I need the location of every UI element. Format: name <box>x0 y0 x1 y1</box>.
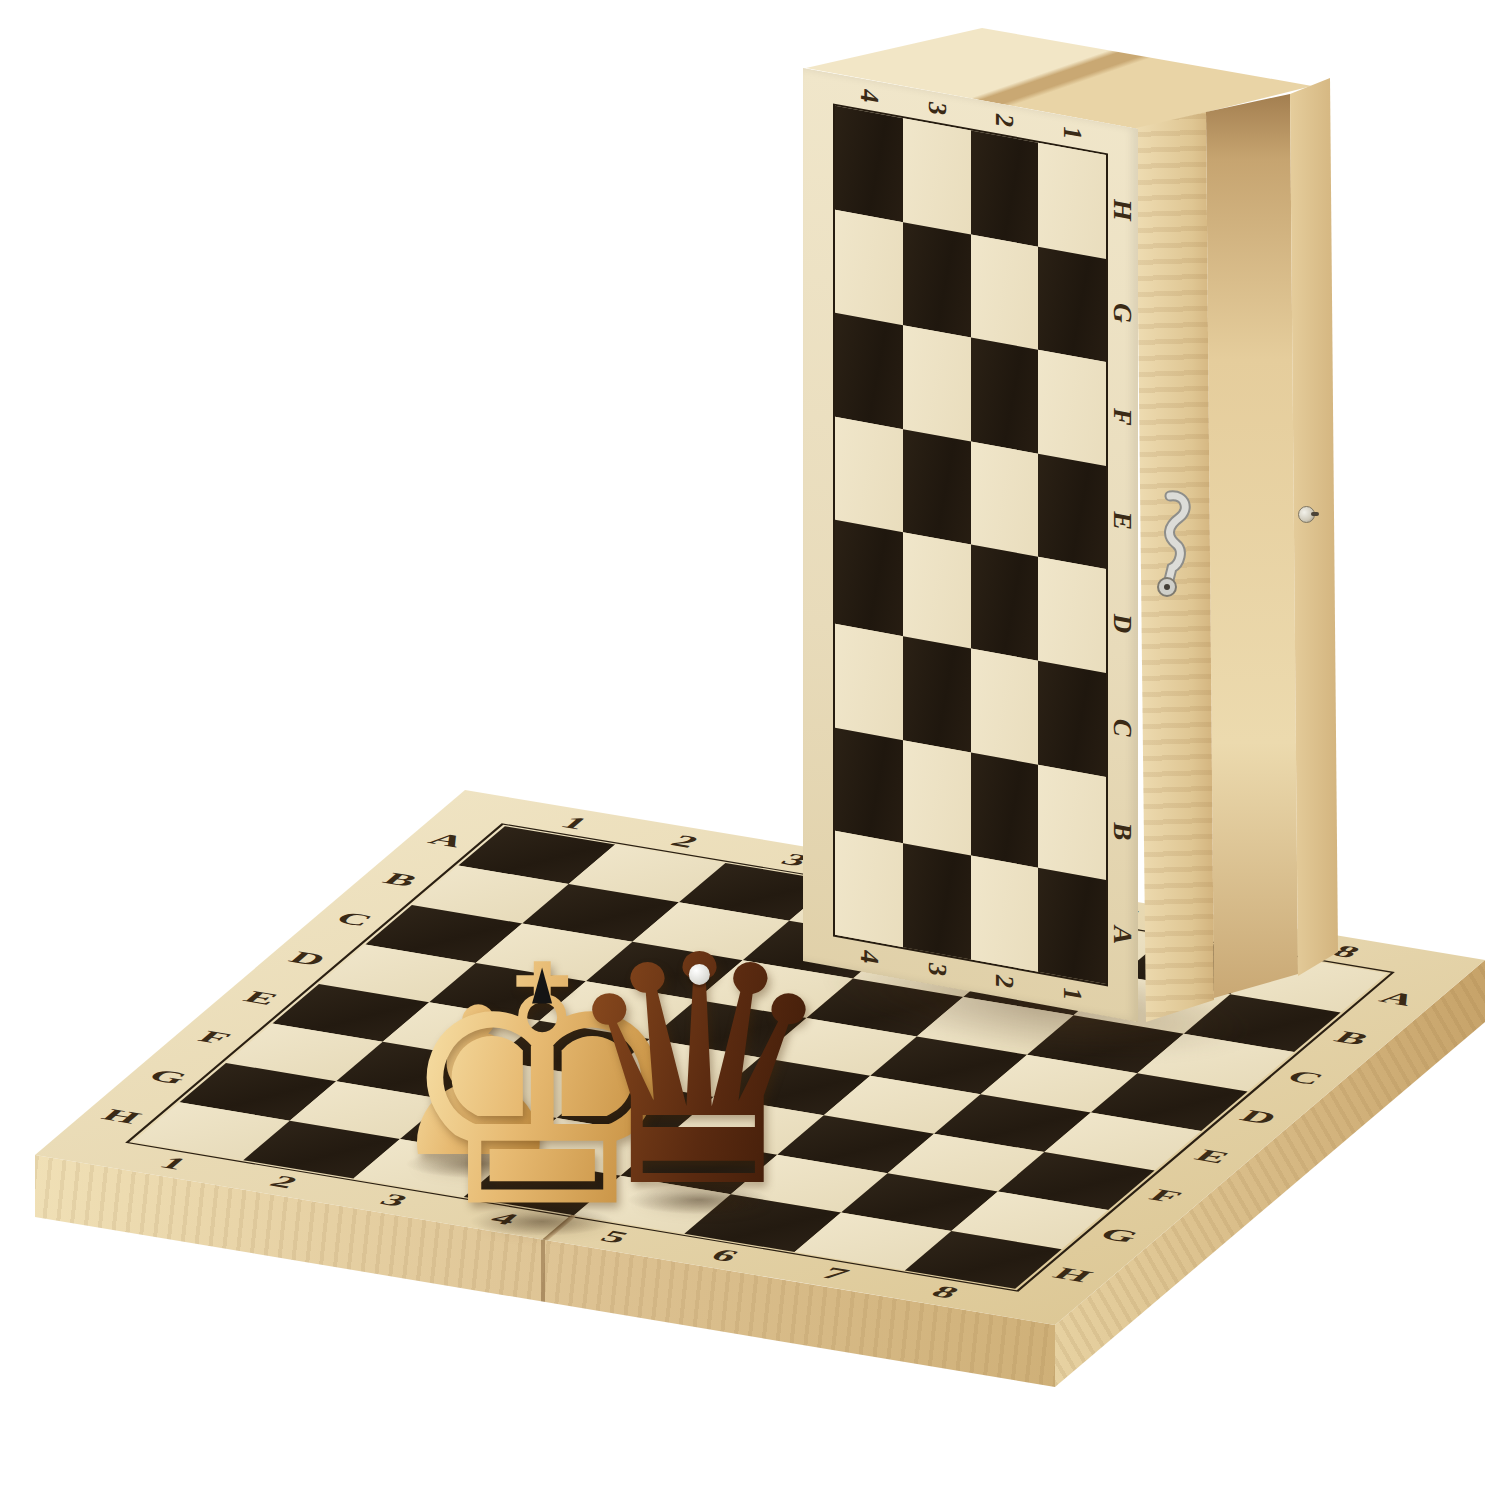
box-side-label-c: C <box>1107 716 1137 740</box>
box-square-d3 <box>903 533 971 649</box>
file-label-left-f: F <box>192 1027 237 1048</box>
file-label-left-g: G <box>142 1066 194 1088</box>
box-square-e2 <box>971 441 1039 557</box>
box-side-label-a: A <box>1107 923 1137 947</box>
box-square-f1 <box>1038 350 1106 466</box>
box-square-d2 <box>971 545 1039 661</box>
box-square-h1 <box>1038 143 1106 259</box>
file-label-left-e: E <box>238 987 285 1008</box>
box-square-a4 <box>835 831 903 947</box>
box-square-g3 <box>903 222 971 338</box>
box-open-tray-interior <box>1206 86 1298 998</box>
box-bottom-label-2: 2 <box>989 972 1019 990</box>
box-back-wall <box>1290 78 1338 976</box>
box-square-e3 <box>903 429 971 545</box>
box-side-label-b: B <box>1107 820 1137 843</box>
box-square-g4 <box>835 209 903 325</box>
file-label-right-d: D <box>1234 1106 1284 1128</box>
box-square-d4 <box>835 520 903 636</box>
box-square-c1 <box>1038 661 1106 777</box>
box-top-label-4: 4 <box>854 87 884 105</box>
file-label-left-a: A <box>422 829 472 851</box>
black-queen-g5: ♛ <box>557 944 840 1203</box>
box-square-a1 <box>1038 868 1106 984</box>
box-square-a2 <box>971 856 1039 972</box>
box-top-label-2: 2 <box>989 111 1019 129</box>
box-square-g1 <box>1038 246 1106 362</box>
folded-box-half-board: 43214321HGFEDCBA <box>803 68 1138 1022</box>
rank-label-near-1: 1 <box>153 1153 193 1173</box>
box-square-c2 <box>971 649 1039 765</box>
rank-label-near-8: 8 <box>925 1282 965 1302</box>
box-bottom-label-3: 3 <box>922 960 952 978</box>
box-bottom-label-4: 4 <box>854 948 884 966</box>
box-top-label-3: 3 <box>922 99 952 117</box>
box-square-h3 <box>903 118 971 234</box>
box-square-c4 <box>835 624 903 740</box>
box-square-c3 <box>903 636 971 752</box>
box-square-f3 <box>903 325 971 441</box>
box-side-label-g: G <box>1107 301 1137 327</box>
box-square-g2 <box>971 234 1039 350</box>
box-side-label-e: E <box>1107 509 1137 532</box>
box-square-e4 <box>835 417 903 533</box>
clasp-pin-icon <box>1298 506 1315 523</box>
box-top-label-1: 1 <box>1057 124 1087 142</box>
file-label-right-g: G <box>1093 1224 1145 1246</box>
box-square-a3 <box>903 843 971 959</box>
board-side-pin-icon <box>1350 1156 1367 1173</box>
file-label-right-e: E <box>1189 1146 1236 1167</box>
box-square-f2 <box>971 338 1039 454</box>
box-square-b1 <box>1038 764 1106 880</box>
box-side-label-h: H <box>1107 197 1137 223</box>
box-side-label-f: F <box>1107 406 1137 427</box>
rank-label-near-7: 7 <box>815 1263 855 1283</box>
file-label-left-c: C <box>329 908 379 930</box>
rank-label-far-1: 1 <box>554 813 594 833</box>
file-label-left-b: B <box>377 869 424 890</box>
rank-label-far-2: 2 <box>665 831 705 851</box>
box-square-b4 <box>835 728 903 844</box>
box-square-e1 <box>1038 454 1106 570</box>
file-label-left-d: D <box>283 948 333 970</box>
file-label-right-h: H <box>1047 1264 1099 1286</box>
box-bottom-label-1: 1 <box>1057 985 1087 1003</box>
box-side-label-d: D <box>1107 612 1137 636</box>
file-label-right-c: C <box>1280 1067 1330 1089</box>
box-square-h2 <box>971 130 1039 246</box>
rank-label-near-2: 2 <box>264 1172 304 1192</box>
queen-ball-finial-icon <box>688 964 709 985</box>
box-square-b2 <box>971 752 1039 868</box>
box-square-f4 <box>835 313 903 429</box>
file-label-right-a: A <box>1373 988 1423 1010</box>
box-square-d1 <box>1038 557 1106 673</box>
file-label-right-b: B <box>1328 1027 1375 1048</box>
box-square-h4 <box>835 106 903 222</box>
product-photo-stage: AABBCCDDEEFFGGHH1122334455667788 4321432… <box>0 0 1500 1500</box>
king-spike-finial-icon <box>532 968 552 1004</box>
clasp-hook-icon <box>1146 488 1200 600</box>
box-square-b3 <box>903 740 971 856</box>
file-label-right-f: F <box>1143 1185 1188 1206</box>
file-label-left-h: H <box>96 1105 148 1127</box>
